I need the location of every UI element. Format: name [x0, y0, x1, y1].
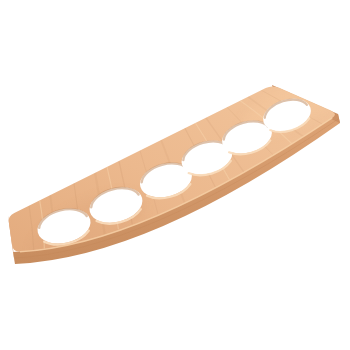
pit-holes: [34, 93, 315, 250]
product-photo: [0, 0, 350, 350]
wooden-tray-board: [0, 0, 350, 350]
